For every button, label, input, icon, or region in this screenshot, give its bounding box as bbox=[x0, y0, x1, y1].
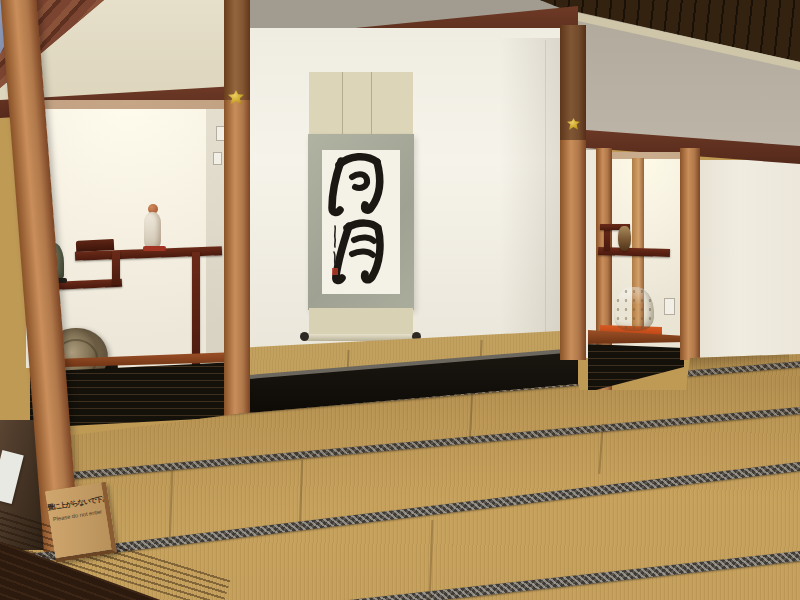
left-alcove-lintel bbox=[26, 100, 228, 109]
small-vase bbox=[618, 226, 631, 251]
figurine-base-mat bbox=[143, 246, 166, 251]
scroll-futai-strip bbox=[371, 72, 372, 134]
shelf-step-connector bbox=[112, 251, 120, 285]
figurine-body bbox=[144, 212, 161, 248]
scroll-roller-knob-left bbox=[300, 332, 309, 341]
scroll-bottom-mount bbox=[309, 308, 413, 336]
tokonoma-wall-shading bbox=[500, 38, 564, 343]
tokonoma-wall-seam bbox=[545, 40, 546, 335]
photo-tatami-room: 畳に上がらないで下さい Please do not enter bbox=[0, 0, 800, 600]
calligraphy-fugetsu bbox=[322, 150, 400, 294]
right-wall bbox=[698, 160, 800, 362]
white-figurine bbox=[142, 204, 164, 250]
right-alcove-lintel bbox=[612, 152, 680, 159]
wall-fitting-lower bbox=[213, 152, 222, 165]
shelf-support-post bbox=[192, 252, 200, 370]
right-base-slats bbox=[588, 344, 684, 394]
bell-jar bbox=[614, 287, 654, 331]
outlet bbox=[664, 298, 675, 315]
warning-sign: 畳に上がらないで下さい Please do not enter bbox=[45, 482, 117, 563]
pillar-top-shadow bbox=[224, 0, 250, 100]
artist-seal bbox=[332, 268, 338, 275]
scroll-futai-strip bbox=[342, 72, 343, 134]
shelf-end-lip bbox=[76, 239, 115, 252]
scroll-top-mount bbox=[309, 72, 413, 136]
right-corner-pillar bbox=[680, 148, 700, 360]
